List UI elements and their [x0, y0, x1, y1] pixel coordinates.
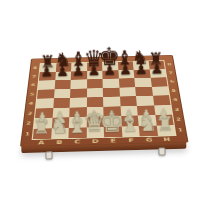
- product-photo: ABCDEFGH ABCDEFGH 87654321 87654321 ♜︎♞︎…: [0, 0, 200, 200]
- piece-black-pawn[interactable]: ♟︎: [103, 62, 116, 77]
- piece-black-pawn[interactable]: ♟︎: [40, 64, 53, 79]
- piece-black-pawn[interactable]: ♟︎: [71, 63, 84, 78]
- board-tilt-group: ABCDEFGH ABCDEFGH 87654321 87654321 ♜︎♞︎…: [0, 0, 200, 200]
- piece-black-pawn[interactable]: ♟︎: [119, 62, 132, 77]
- piece-white-rook[interactable]: ♜︎: [33, 117, 51, 137]
- piece-black-pawn[interactable]: ♟︎: [56, 64, 69, 79]
- piece-white-rook[interactable]: ♜︎: [156, 114, 174, 134]
- piece-black-pawn[interactable]: ♟︎: [87, 63, 100, 78]
- piece-white-knight[interactable]: ♞︎: [137, 113, 157, 135]
- piece-black-pawn[interactable]: ♟︎: [150, 61, 163, 76]
- piece-black-pawn[interactable]: ♟︎: [135, 61, 148, 76]
- piece-layer: ♜︎♞︎♝︎♛︎♚︎♝︎♞︎♜︎♟︎♟︎♟︎♟︎♟︎♟︎♟︎♟︎♟︎♟︎♟︎♟︎…: [0, 0, 200, 200]
